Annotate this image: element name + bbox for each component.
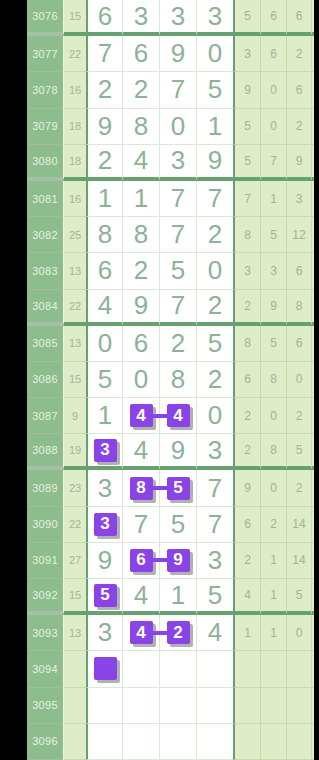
stat-cell: 8 <box>260 362 286 398</box>
stat-cell: 3 <box>260 253 286 289</box>
highlight-square-pair-connector: 4 <box>130 621 153 644</box>
stat-cell: 2 <box>233 290 260 326</box>
stat-cell: 6 <box>260 0 286 36</box>
digit-cell: 5 <box>86 362 123 398</box>
digit-cell: 2 <box>123 72 160 108</box>
digit-cell: 5 <box>86 579 123 615</box>
stat-cell <box>233 688 260 724</box>
digit-cell: 6 <box>86 253 123 289</box>
stat-cell: 5 <box>233 109 260 145</box>
digit-cell: 1 <box>123 181 160 217</box>
stat-cell <box>260 688 286 724</box>
digit-cell <box>123 688 160 724</box>
digit-cell <box>197 651 233 687</box>
stat-cell <box>286 688 311 724</box>
digit-cell: 4 <box>123 145 160 181</box>
digit-cell: 4 <box>123 434 160 470</box>
digit-cell <box>86 651 123 687</box>
stat-cell: 6 <box>286 72 311 108</box>
stat-cell: 3 <box>286 181 311 217</box>
stat-cell: 2 <box>286 470 311 506</box>
stat-cell: 1 <box>260 543 286 579</box>
stat-cell: 4 <box>233 579 260 615</box>
cut-off-column-cell <box>311 543 314 579</box>
stat-cell: 6 <box>233 362 260 398</box>
digit-cell <box>86 688 123 724</box>
digit-cell: 4 <box>123 579 160 615</box>
stat-cell <box>233 651 260 687</box>
period-cell: 3093 <box>27 615 63 651</box>
sum-cell: 13 <box>63 253 86 289</box>
digit-cell: 1 <box>86 181 123 217</box>
digit-cell: 3 <box>86 615 123 651</box>
sum-cell: 18 <box>63 145 86 181</box>
sum-cell: 15 <box>63 579 86 615</box>
stat-cell: 12 <box>286 217 311 253</box>
cut-off-column-cell <box>311 109 314 145</box>
digit-cell: 2 <box>160 326 197 362</box>
sum-cell: 22 <box>63 290 86 326</box>
sum-cell: 25 <box>63 217 86 253</box>
stat-cell <box>260 724 286 760</box>
digit-cell: 5 <box>160 507 197 543</box>
digit-cell: 2 <box>86 145 123 181</box>
stat-cell: 9 <box>233 470 260 506</box>
digit-cell <box>197 688 233 724</box>
digit-cell: 0 <box>197 398 233 434</box>
stat-cell: 5 <box>260 326 286 362</box>
period-cell: 3081 <box>27 181 63 217</box>
stat-cell: 8 <box>286 290 311 326</box>
period-cell: 3088 <box>27 434 63 470</box>
digit-cell: 4 <box>86 290 123 326</box>
stat-cell: 1 <box>260 579 286 615</box>
stat-cell: 6 <box>233 507 260 543</box>
stat-cell: 2 <box>286 398 311 434</box>
cut-off-column-cell <box>311 217 314 253</box>
digit-cell: 2 <box>123 253 160 289</box>
digit-cell: 4 <box>123 398 160 434</box>
sum-cell: 13 <box>63 615 86 651</box>
sum-cell: 13 <box>63 326 86 362</box>
digit-cell: 0 <box>197 253 233 289</box>
digit-cell: 2 <box>197 362 233 398</box>
highlight-square: 3 <box>94 513 117 536</box>
highlight-square: 9 <box>167 549 190 572</box>
period-cell: 3090 <box>27 507 63 543</box>
digit-cell <box>160 724 197 760</box>
highlight-square <box>94 657 117 680</box>
digit-cell: 3 <box>123 0 160 36</box>
sum-cell: 22 <box>63 36 86 72</box>
cut-off-column-cell <box>311 724 314 760</box>
stat-cell: 0 <box>260 109 286 145</box>
sum-cell: 16 <box>63 72 86 108</box>
cut-off-column-cell <box>311 362 314 398</box>
digit-cell: 9 <box>86 109 123 145</box>
digit-cell: 2 <box>197 290 233 326</box>
digit-cell: 9 <box>160 36 197 72</box>
digit-cell: 3 <box>160 0 197 36</box>
cut-off-column-cell <box>311 688 314 724</box>
stat-cell: 14 <box>286 543 311 579</box>
sum-cell: 9 <box>63 398 86 434</box>
cut-off-column-cell <box>311 326 314 362</box>
cut-off-column-cell <box>311 615 314 651</box>
cut-off-column-cell <box>311 181 314 217</box>
stat-cell: 2 <box>286 36 311 72</box>
highlight-square: 3 <box>94 439 117 462</box>
stat-cell <box>233 724 260 760</box>
digit-cell: 7 <box>160 217 197 253</box>
period-cell: 3083 <box>27 253 63 289</box>
digit-cell: 3 <box>197 543 233 579</box>
digit-cell: 1 <box>86 398 123 434</box>
stat-cell: 3 <box>233 36 260 72</box>
stat-cell: 8 <box>260 434 286 470</box>
stat-cell: 6 <box>286 326 311 362</box>
cut-off-column-cell <box>311 72 314 108</box>
period-cell: 3078 <box>27 72 63 108</box>
period-cell: 3077 <box>27 36 63 72</box>
stat-cell: 0 <box>286 615 311 651</box>
digit-cell: 7 <box>197 507 233 543</box>
digit-cell: 9 <box>197 145 233 181</box>
stat-cell: 5 <box>233 0 260 36</box>
digit-cell: 0 <box>86 326 123 362</box>
stat-cell: 8 <box>233 217 260 253</box>
digit-cell <box>123 651 160 687</box>
stat-cell: 6 <box>260 36 286 72</box>
cut-off-column-cell <box>311 253 314 289</box>
digit-cell: 5 <box>160 253 197 289</box>
stat-cell: 2 <box>286 109 311 145</box>
cut-off-column-cell <box>311 434 314 470</box>
digit-cell: 6 <box>86 0 123 36</box>
digit-cell: 2 <box>86 72 123 108</box>
stat-cell: 0 <box>286 362 311 398</box>
sum-cell <box>63 688 86 724</box>
sum-cell: 23 <box>63 470 86 506</box>
cut-off-column-cell <box>311 145 314 181</box>
digit-cell: 3 <box>86 470 123 506</box>
stat-cell: 2 <box>260 507 286 543</box>
sum-cell: 22 <box>63 507 86 543</box>
digit-cell: 3 <box>86 434 123 470</box>
digit-cell: 5 <box>197 579 233 615</box>
period-cell: 3076 <box>27 0 63 36</box>
period-cell: 3082 <box>27 217 63 253</box>
cut-off-column-cell <box>311 36 314 72</box>
digit-cell: 7 <box>160 72 197 108</box>
digit-cell <box>86 724 123 760</box>
period-cell: 3084 <box>27 290 63 326</box>
period-cell: 3080 <box>27 145 63 181</box>
cut-off-column-cell <box>311 290 314 326</box>
period-cell: 3094 <box>27 651 63 687</box>
stat-cell: 2 <box>233 398 260 434</box>
period-cell: 3091 <box>27 543 63 579</box>
stat-cell: 7 <box>233 181 260 217</box>
stat-cell <box>286 724 311 760</box>
stat-cell: 9 <box>233 72 260 108</box>
stat-cell: 9 <box>286 145 311 181</box>
stat-cell: 0 <box>260 470 286 506</box>
stat-cell: 6 <box>286 0 311 36</box>
sum-cell: 18 <box>63 109 86 145</box>
digit-cell: 6 <box>123 326 160 362</box>
stat-cell: 1 <box>260 615 286 651</box>
highlight-square: 4 <box>167 404 190 427</box>
digit-cell: 7 <box>160 181 197 217</box>
digit-cell: 2 <box>197 217 233 253</box>
digit-cell: 3 <box>197 0 233 36</box>
period-cell: 3085 <box>27 326 63 362</box>
digit-cell: 6 <box>123 36 160 72</box>
cut-off-column-cell <box>311 470 314 506</box>
period-cell: 3089 <box>27 470 63 506</box>
sum-cell: 27 <box>63 543 86 579</box>
digit-cell <box>160 688 197 724</box>
digit-cell: 7 <box>160 290 197 326</box>
stat-cell <box>286 651 311 687</box>
digit-cell: 7 <box>86 36 123 72</box>
stat-cell: 5 <box>286 579 311 615</box>
sum-cell <box>63 651 86 687</box>
digit-cell: 5 <box>197 72 233 108</box>
digit-cell: 3 <box>160 145 197 181</box>
digit-cell: 4 <box>123 615 160 651</box>
sum-cell <box>63 724 86 760</box>
highlight-square-pair-connector: 8 <box>130 477 153 500</box>
cut-off-column-cell <box>311 398 314 434</box>
digit-cell: 9 <box>160 434 197 470</box>
stat-cell: 8 <box>233 326 260 362</box>
stat-cell: 3 <box>233 253 260 289</box>
period-cell: 3086 <box>27 362 63 398</box>
digit-cell: 1 <box>197 109 233 145</box>
digit-cell <box>123 724 160 760</box>
digit-cell: 8 <box>123 217 160 253</box>
digit-cell: 8 <box>123 109 160 145</box>
highlight-square: 2 <box>167 621 190 644</box>
stat-cell: 9 <box>260 290 286 326</box>
digit-cell: 0 <box>160 109 197 145</box>
digit-cell: 5 <box>197 326 233 362</box>
digit-cell: 4 <box>197 615 233 651</box>
stat-cell: 0 <box>260 398 286 434</box>
period-cell: 3087 <box>27 398 63 434</box>
cut-off-column-cell <box>311 579 314 615</box>
highlight-square: 5 <box>167 477 190 500</box>
stat-cell: 2 <box>233 543 260 579</box>
digit-cell: 0 <box>197 36 233 72</box>
digit-cell: 1 <box>160 579 197 615</box>
sum-cell: 15 <box>63 362 86 398</box>
stat-cell: 0 <box>260 72 286 108</box>
digit-cell <box>197 724 233 760</box>
digit-cell: 7 <box>197 470 233 506</box>
digit-cell <box>160 651 197 687</box>
lottery-trend-chart: 3076156333566307722769036230781622759063… <box>27 0 314 760</box>
stat-cell: 5 <box>233 145 260 181</box>
digit-cell: 8 <box>86 217 123 253</box>
cut-off-column-cell <box>311 507 314 543</box>
digit-cell: 0 <box>123 362 160 398</box>
digit-cell: 3 <box>197 434 233 470</box>
digit-cell: 8 <box>123 470 160 506</box>
highlight-square: 5 <box>94 584 117 607</box>
stat-cell: 7 <box>260 145 286 181</box>
digit-cell: 3 <box>86 507 123 543</box>
sum-cell: 15 <box>63 0 86 36</box>
digit-cell: 7 <box>123 507 160 543</box>
period-cell: 3096 <box>27 724 63 760</box>
digit-cell: 9 <box>86 543 123 579</box>
digit-cell: 8 <box>160 362 197 398</box>
cut-off-column-cell <box>311 0 314 36</box>
stat-cell: 14 <box>286 507 311 543</box>
stat-cell: 5 <box>286 434 311 470</box>
digit-cell: 6 <box>123 543 160 579</box>
stat-cell <box>260 651 286 687</box>
stat-cell: 2 <box>233 434 260 470</box>
highlight-square-pair-connector: 6 <box>130 549 153 572</box>
period-cell: 3092 <box>27 579 63 615</box>
period-cell: 3079 <box>27 109 63 145</box>
digit-cell: 9 <box>123 290 160 326</box>
highlight-square-pair-connector: 4 <box>130 404 153 427</box>
sum-cell: 19 <box>63 434 86 470</box>
digit-cell: 7 <box>197 181 233 217</box>
sum-cell: 16 <box>63 181 86 217</box>
cut-off-column-cell <box>311 651 314 687</box>
stat-cell: 1 <box>233 615 260 651</box>
stat-cell: 5 <box>260 217 286 253</box>
stat-cell: 6 <box>286 253 311 289</box>
stat-cell: 1 <box>260 181 286 217</box>
period-cell: 3095 <box>27 688 63 724</box>
